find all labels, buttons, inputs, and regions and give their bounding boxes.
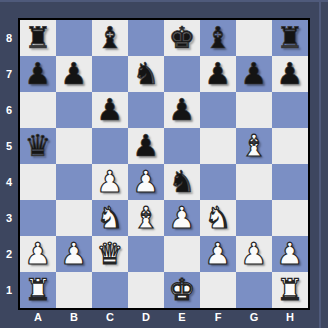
file-label-f: F [200,309,236,326]
white-queen-piece: ♛ [97,239,124,269]
file-label-e: E [164,309,200,326]
square-a5[interactable]: ♛ [20,128,56,164]
square-h5[interactable] [272,128,308,164]
square-e8[interactable]: ♚ [164,20,200,56]
file-label-a: A [20,309,56,326]
black-rook-piece: ♜ [25,23,52,53]
square-g2[interactable]: ♟ [236,236,272,272]
square-g8[interactable] [236,20,272,56]
black-knight-piece: ♞ [169,167,196,197]
square-b3[interactable] [56,200,92,236]
square-f5[interactable] [200,128,236,164]
square-c5[interactable] [92,128,128,164]
square-a1[interactable]: ♜ [20,272,56,308]
black-pawn-piece: ♟ [97,95,124,125]
square-h6[interactable] [272,92,308,128]
square-f6[interactable] [200,92,236,128]
white-rook-piece: ♜ [277,275,304,305]
square-e1[interactable]: ♚ [164,272,200,308]
square-d7[interactable]: ♞ [128,56,164,92]
white-bishop-piece: ♝ [133,203,160,233]
white-pawn-piece: ♟ [169,203,196,233]
square-a4[interactable] [20,164,56,200]
white-pawn-piece: ♟ [25,239,52,269]
square-a7[interactable]: ♟ [20,56,56,92]
black-pawn-piece: ♟ [169,95,196,125]
black-bishop-piece: ♝ [205,23,232,53]
frame-bevel-top [0,0,328,2]
white-knight-piece: ♞ [97,203,124,233]
rank-label-1: 1 [0,272,18,308]
square-f1[interactable] [200,272,236,308]
white-knight-piece: ♞ [205,203,232,233]
file-label-g: G [236,309,272,326]
square-h8[interactable]: ♜ [272,20,308,56]
rank-label-8: 8 [0,20,18,56]
square-e3[interactable]: ♟ [164,200,200,236]
square-e7[interactable] [164,56,200,92]
square-g3[interactable] [236,200,272,236]
black-queen-piece: ♛ [25,131,52,161]
square-g1[interactable] [236,272,272,308]
square-d4[interactable]: ♟ [128,164,164,200]
square-f8[interactable]: ♝ [200,20,236,56]
square-e5[interactable] [164,128,200,164]
rank-label-4: 4 [0,164,18,200]
square-a2[interactable]: ♟ [20,236,56,272]
square-a3[interactable] [20,200,56,236]
white-pawn-piece: ♟ [241,239,268,269]
rank-label-3: 3 [0,200,18,236]
white-pawn-piece: ♟ [277,239,304,269]
white-bishop-piece: ♝ [241,131,268,161]
white-pawn-piece: ♟ [205,239,232,269]
rank-label-2: 2 [0,236,18,272]
square-b8[interactable] [56,20,92,56]
chess-diagram-frame: 87654321 ♜♝♚♝♜♟♟♞♟♟♟♟♟♛♟♝♟♟♞♞♝♟♞♟♟♛♟♟♟♜♚… [0,0,328,328]
black-pawn-piece: ♟ [241,59,268,89]
square-b2[interactable]: ♟ [56,236,92,272]
rank-label-6: 6 [0,92,18,128]
square-h3[interactable] [272,200,308,236]
black-pawn-piece: ♟ [133,131,160,161]
square-h7[interactable]: ♟ [272,56,308,92]
white-pawn-piece: ♟ [97,167,124,197]
square-c6[interactable]: ♟ [92,92,128,128]
square-f7[interactable]: ♟ [200,56,236,92]
square-g6[interactable] [236,92,272,128]
frame-bevel-right [319,0,321,328]
black-pawn-piece: ♟ [277,59,304,89]
rank-label-5: 5 [0,128,18,164]
square-e2[interactable] [164,236,200,272]
file-label-d: D [128,309,164,326]
black-bishop-piece: ♝ [97,23,124,53]
square-b5[interactable] [56,128,92,164]
file-label-b: B [56,309,92,326]
black-pawn-piece: ♟ [25,59,52,89]
rank-label-7: 7 [0,56,18,92]
white-pawn-piece: ♟ [61,239,88,269]
black-king-piece: ♚ [169,23,196,53]
square-b4[interactable] [56,164,92,200]
square-f4[interactable] [200,164,236,200]
white-rook-piece: ♜ [25,275,52,305]
square-d6[interactable] [128,92,164,128]
square-h1[interactable]: ♜ [272,272,308,308]
square-g5[interactable]: ♝ [236,128,272,164]
square-c3[interactable]: ♞ [92,200,128,236]
square-f2[interactable]: ♟ [200,236,236,272]
file-labels: ABCDEFGH [20,309,308,326]
square-d3[interactable]: ♝ [128,200,164,236]
square-d5[interactable]: ♟ [128,128,164,164]
board: ♜♝♚♝♜♟♟♞♟♟♟♟♟♛♟♝♟♟♞♞♝♟♞♟♟♛♟♟♟♜♚♜ [18,18,310,310]
black-rook-piece: ♜ [277,23,304,53]
square-a8[interactable]: ♜ [20,20,56,56]
black-knight-piece: ♞ [133,59,160,89]
square-b7[interactable]: ♟ [56,56,92,92]
white-pawn-piece: ♟ [133,167,160,197]
square-c4[interactable]: ♟ [92,164,128,200]
square-d1[interactable] [128,272,164,308]
square-c8[interactable]: ♝ [92,20,128,56]
black-pawn-piece: ♟ [61,59,88,89]
white-king-piece: ♚ [169,275,196,305]
square-h4[interactable] [272,164,308,200]
square-c2[interactable]: ♛ [92,236,128,272]
square-c1[interactable] [92,272,128,308]
file-label-c: C [92,309,128,326]
square-b6[interactable] [56,92,92,128]
square-d8[interactable] [128,20,164,56]
square-e6[interactable]: ♟ [164,92,200,128]
square-a6[interactable] [20,92,56,128]
rank-labels: 87654321 [0,20,18,308]
square-d2[interactable] [128,236,164,272]
square-c7[interactable] [92,56,128,92]
square-g7[interactable]: ♟ [236,56,272,92]
square-h2[interactable]: ♟ [272,236,308,272]
square-g4[interactable] [236,164,272,200]
square-e4[interactable]: ♞ [164,164,200,200]
black-pawn-piece: ♟ [205,59,232,89]
file-label-h: H [272,309,308,326]
square-b1[interactable] [56,272,92,308]
square-f3[interactable]: ♞ [200,200,236,236]
